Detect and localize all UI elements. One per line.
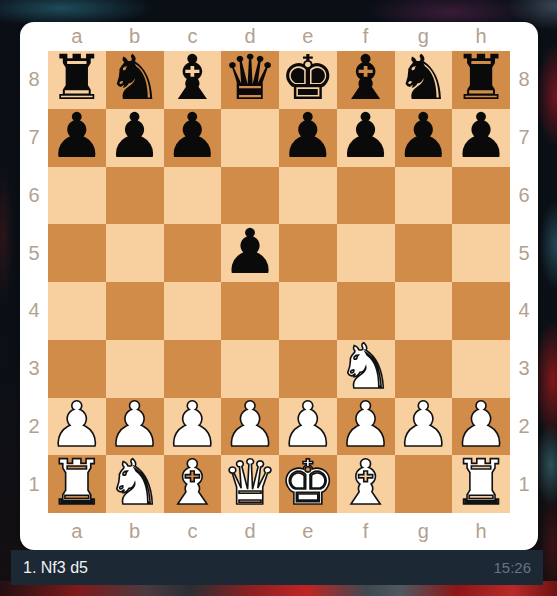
rank-label-5: 5: [510, 224, 538, 282]
black-bishop-f8: ♝: [338, 49, 394, 106]
square-a4: [48, 282, 106, 340]
square-h4: [452, 282, 510, 340]
black-king-e8: ♚: [280, 49, 336, 106]
black-pawn-f7: ♟: [338, 107, 394, 164]
rank-label-7: 7: [20, 109, 48, 167]
square-a6: [48, 167, 106, 225]
rank-label-5: 5: [20, 224, 48, 282]
white-bishop-f1: ♝: [338, 454, 394, 511]
square-g1: [395, 455, 453, 513]
square-g2: ♟: [395, 398, 453, 456]
file-label-b: b: [106, 513, 164, 550]
black-knight-g8: ♞: [396, 49, 452, 106]
black-rook-h8: ♜: [453, 49, 509, 106]
square-d5: ♟: [221, 224, 279, 282]
square-g7: ♟: [395, 109, 453, 167]
rank-label-8: 8: [20, 51, 48, 109]
square-c5: [164, 224, 222, 282]
white-pawn-e2: ♟: [280, 396, 336, 453]
square-h5: [452, 224, 510, 282]
message-caption-bar: 1. Nf3 d5 15:26: [11, 550, 543, 585]
square-e4: [279, 282, 337, 340]
square-g5: [395, 224, 453, 282]
white-pawn-f2: ♟: [338, 396, 394, 453]
square-h7: ♟: [452, 109, 510, 167]
rank-label-6: 6: [20, 167, 48, 225]
square-e6: [279, 167, 337, 225]
black-rook-a8: ♜: [49, 49, 105, 106]
square-f5: [337, 224, 395, 282]
white-pawn-c2: ♟: [165, 396, 221, 453]
white-knight-b1: ♞: [107, 454, 163, 511]
black-bishop-c8: ♝: [165, 49, 221, 106]
white-pawn-b2: ♟: [107, 396, 163, 453]
square-e1: ♚: [279, 455, 337, 513]
square-d8: ♛: [221, 51, 279, 109]
square-c4: [164, 282, 222, 340]
square-a7: ♟: [48, 109, 106, 167]
rank-label-7: 7: [510, 109, 538, 167]
square-c6: [164, 167, 222, 225]
board-grid: ♜♞♝♛♚♝♞♜♟♟♟♟♟♟♟♟♞♟♟♟♟♟♟♟♟♜♞♝♛♚♝♜: [48, 51, 510, 513]
file-label-d: d: [221, 513, 279, 550]
white-knight-f3: ♞: [338, 338, 394, 395]
rank-label-2: 2: [20, 398, 48, 456]
file-label-h: h: [452, 513, 510, 550]
rank-label-4: 4: [20, 282, 48, 340]
square-d1: ♛: [221, 455, 279, 513]
square-b5: [106, 224, 164, 282]
rank-label-2: 2: [510, 398, 538, 456]
white-pawn-a2: ♟: [49, 396, 105, 453]
rank-label-8: 8: [510, 51, 538, 109]
white-rook-h1: ♜: [453, 454, 509, 511]
white-bishop-c1: ♝: [165, 454, 221, 511]
square-h6: [452, 167, 510, 225]
chess-board-photo[interactable]: abcdefgh 87654321 ♜♞♝♛♚♝♞♜♟♟♟♟♟♟♟♟♞♟♟♟♟♟…: [20, 22, 538, 550]
square-h1: ♜: [452, 455, 510, 513]
move-text: 1. Nf3 d5: [23, 559, 88, 577]
black-pawn-g7: ♟: [396, 107, 452, 164]
message-timestamp: 15:26: [493, 559, 531, 576]
file-label-e: e: [279, 513, 337, 550]
square-b1: ♞: [106, 455, 164, 513]
square-c7: ♟: [164, 109, 222, 167]
rank-label-3: 3: [510, 340, 538, 398]
square-b6: [106, 167, 164, 225]
black-pawn-h7: ♟: [453, 107, 509, 164]
square-b7: ♟: [106, 109, 164, 167]
square-f7: ♟: [337, 109, 395, 167]
file-label-a: a: [48, 513, 106, 550]
file-label-f: f: [337, 513, 395, 550]
black-pawn-e7: ♟: [280, 107, 336, 164]
file-labels-bottom: abcdefgh: [48, 513, 510, 550]
rank-label-1: 1: [20, 455, 48, 513]
rank-label-1: 1: [510, 455, 538, 513]
white-rook-a1: ♜: [49, 454, 105, 511]
white-pawn-d2: ♟: [222, 396, 278, 453]
square-a1: ♜: [48, 455, 106, 513]
rank-label-6: 6: [510, 167, 538, 225]
white-queen-d1: ♛: [222, 454, 278, 511]
rank-labels-right: 87654321: [510, 51, 538, 513]
white-pawn-h2: ♟: [453, 396, 509, 453]
rank-label-3: 3: [20, 340, 48, 398]
square-g6: [395, 167, 453, 225]
square-e7: ♟: [279, 109, 337, 167]
black-queen-d8: ♛: [222, 49, 278, 106]
black-pawn-c7: ♟: [165, 107, 221, 164]
square-b4: [106, 282, 164, 340]
square-g4: [395, 282, 453, 340]
rank-label-4: 4: [510, 282, 538, 340]
square-c1: ♝: [164, 455, 222, 513]
file-label-c: c: [164, 513, 222, 550]
rank-labels-left: 87654321: [20, 51, 48, 513]
white-pawn-g2: ♟: [396, 396, 452, 453]
square-d4: [221, 282, 279, 340]
square-d7: [221, 109, 279, 167]
black-knight-b8: ♞: [107, 49, 163, 106]
square-f6: [337, 167, 395, 225]
black-pawn-d5: ♟: [222, 223, 278, 280]
white-king-e1: ♚: [280, 454, 336, 511]
black-pawn-b7: ♟: [107, 107, 163, 164]
black-pawn-a7: ♟: [49, 107, 105, 164]
square-e5: [279, 224, 337, 282]
file-label-g: g: [395, 513, 453, 550]
square-f1: ♝: [337, 455, 395, 513]
square-a5: [48, 224, 106, 282]
